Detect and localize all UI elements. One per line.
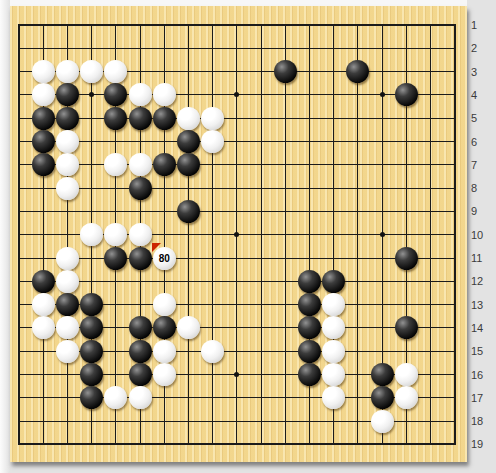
white-stone: [104, 153, 127, 176]
grid-line: [18, 443, 456, 445]
black-stone: [298, 316, 321, 339]
black-stone: [104, 83, 127, 106]
white-stone: [322, 293, 345, 316]
white-stone: [80, 60, 103, 83]
black-stone: [56, 107, 79, 130]
black-stone: [129, 177, 152, 200]
black-stone: [129, 316, 152, 339]
go-board[interactable]: 80: [10, 6, 467, 462]
white-stone: [322, 386, 345, 409]
row-label: 7: [471, 158, 495, 172]
black-stone: [80, 363, 103, 386]
white-stone: [395, 363, 418, 386]
white-stone: [153, 293, 176, 316]
white-stone: [129, 153, 152, 176]
white-stone: [322, 340, 345, 363]
white-stone: [322, 363, 345, 386]
black-stone: [177, 153, 200, 176]
black-stone: [80, 386, 103, 409]
white-stone: [129, 83, 152, 106]
row-label: 14: [471, 321, 495, 335]
white-stone: [129, 386, 152, 409]
white-stone: [322, 316, 345, 339]
black-stone: [298, 270, 321, 293]
white-stone: [32, 316, 55, 339]
star-point: [234, 372, 239, 377]
move-number-label: 80: [153, 247, 176, 270]
white-stone: [56, 60, 79, 83]
grid-line: [18, 281, 456, 282]
white-stone: [56, 153, 79, 176]
white-stone: [104, 60, 127, 83]
black-stone: [32, 153, 55, 176]
white-stone: [32, 60, 55, 83]
grid-line: [430, 24, 431, 445]
black-stone: [80, 340, 103, 363]
row-label: 10: [471, 228, 495, 242]
white-stone: [129, 223, 152, 246]
black-stone: [32, 130, 55, 153]
black-stone: [395, 83, 418, 106]
row-label: 8: [471, 181, 495, 195]
white-stone: [56, 316, 79, 339]
black-stone: [395, 316, 418, 339]
black-stone: [371, 386, 394, 409]
white-stone: [153, 83, 176, 106]
black-stone: [153, 153, 176, 176]
black-stone: [104, 107, 127, 130]
row-label: 5: [471, 111, 495, 125]
row-label: 19: [471, 437, 495, 451]
black-stone: [80, 293, 103, 316]
move-80-stone: 80: [153, 247, 176, 270]
white-stone: [80, 223, 103, 246]
black-stone: [80, 316, 103, 339]
black-stone: [129, 340, 152, 363]
black-stone: [322, 270, 345, 293]
row-label: 3: [471, 65, 495, 79]
white-stone: [395, 386, 418, 409]
row-label: 17: [471, 391, 495, 405]
black-stone: [371, 363, 394, 386]
row-label: 13: [471, 298, 495, 312]
black-stone: [129, 107, 152, 130]
coordinate-labels: 12345678910111213141516171819: [467, 6, 496, 473]
star-point: [234, 92, 239, 97]
black-stone: [129, 363, 152, 386]
white-stone: [32, 293, 55, 316]
black-stone: [104, 247, 127, 270]
white-stone: [56, 340, 79, 363]
black-stone: [298, 293, 321, 316]
row-label: 12: [471, 274, 495, 288]
black-stone: [32, 107, 55, 130]
row-label: 6: [471, 135, 495, 149]
black-stone: [346, 60, 369, 83]
white-stone: [56, 270, 79, 293]
white-stone: [56, 130, 79, 153]
bezel-left: [0, 0, 10, 473]
row-label: 2: [471, 41, 495, 55]
grid-line: [285, 24, 286, 445]
black-stone: [298, 340, 321, 363]
black-stone: [177, 200, 200, 223]
white-stone: [177, 316, 200, 339]
grid-line: [454, 24, 456, 445]
white-stone: [104, 223, 127, 246]
row-label: 18: [471, 414, 495, 428]
star-point: [234, 232, 239, 237]
white-stone: [201, 340, 224, 363]
white-stone: [153, 363, 176, 386]
star-point: [89, 92, 94, 97]
row-label: 15: [471, 344, 495, 358]
white-stone: [153, 340, 176, 363]
black-stone: [32, 270, 55, 293]
black-stone: [274, 60, 297, 83]
grid-line: [18, 258, 456, 259]
star-point: [380, 92, 385, 97]
grid-line: [357, 24, 358, 445]
black-stone: [298, 363, 321, 386]
go-board-panel: 80 12345678910111213141516171819: [0, 0, 496, 473]
white-stone: [32, 83, 55, 106]
black-stone: [153, 316, 176, 339]
row-label: 1: [471, 18, 495, 32]
white-stone: [56, 177, 79, 200]
white-stone: [104, 386, 127, 409]
grid-line: [261, 24, 262, 445]
black-stone: [56, 83, 79, 106]
black-stone: [129, 247, 152, 270]
white-stone: [201, 130, 224, 153]
row-label: 16: [471, 368, 495, 382]
black-stone: [56, 293, 79, 316]
black-stone: [395, 247, 418, 270]
row-label: 9: [471, 204, 495, 218]
white-stone: [177, 107, 200, 130]
star-point: [380, 232, 385, 237]
black-stone: [153, 107, 176, 130]
black-stone: [177, 130, 200, 153]
white-stone: [371, 410, 394, 433]
white-stone: [56, 247, 79, 270]
row-label: 4: [471, 88, 495, 102]
row-label: 11: [471, 251, 495, 265]
white-stone: [201, 107, 224, 130]
